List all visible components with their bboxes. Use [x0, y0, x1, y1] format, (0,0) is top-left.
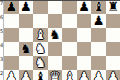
- square-c4[interactable]: ♞: [33, 42, 48, 56]
- square-g6[interactable]: ♟: [91, 14, 106, 28]
- white-pawn: ♟: [78, 70, 90, 80]
- square-c7[interactable]: [33, 0, 48, 14]
- square-e5[interactable]: [62, 28, 77, 42]
- square-a4[interactable]: [4, 42, 19, 56]
- square-h3[interactable]: [106, 56, 120, 70]
- square-h6[interactable]: [106, 14, 120, 28]
- square-b2[interactable]: ♟: [19, 70, 34, 80]
- chess-diagram: 765432 ♟♟♟♝♜♟♝♞♞♞♞♟♟♝♛♝♟♟♟: [0, 0, 120, 80]
- white-pawn: ♟: [20, 70, 32, 80]
- black-pawn: ♟: [93, 14, 105, 28]
- square-h2[interactable]: ♟: [106, 70, 120, 80]
- rank-label-column: 765432: [0, 0, 3, 80]
- black-bishop: ♝: [93, 0, 105, 14]
- chess-board: ♟♟♟♝♜♟♝♞♞♞♞♟♟♝♛♝♟♟♟: [3, 0, 120, 80]
- white-pawn: ♟: [5, 70, 17, 80]
- rank-label-5: 5: [0, 29, 3, 34]
- square-f4[interactable]: [77, 42, 92, 56]
- square-b3[interactable]: [19, 56, 34, 70]
- square-b4[interactable]: ♞: [19, 42, 34, 56]
- square-c3[interactable]: ♞: [33, 56, 48, 70]
- white-knight: ♞: [35, 56, 47, 70]
- rank-label-2: 2: [0, 71, 3, 76]
- square-h4[interactable]: [106, 42, 120, 56]
- square-d5[interactable]: ♞: [48, 28, 63, 42]
- white-pawn: ♟: [93, 70, 105, 80]
- square-g4[interactable]: [91, 42, 106, 56]
- square-e3[interactable]: [62, 56, 77, 70]
- square-b5[interactable]: [19, 28, 34, 42]
- square-f5[interactable]: [77, 28, 92, 42]
- square-h7[interactable]: ♜: [106, 0, 120, 14]
- black-pawn: ♟: [5, 0, 17, 14]
- rank-label-4: 4: [0, 43, 3, 48]
- black-rook: ♜: [107, 0, 119, 14]
- square-d6[interactable]: [48, 14, 63, 28]
- square-d3[interactable]: [48, 56, 63, 70]
- white-queen: ♛: [49, 70, 61, 80]
- square-b6[interactable]: [19, 14, 34, 28]
- square-d7[interactable]: [48, 0, 63, 14]
- square-c6[interactable]: [33, 14, 48, 28]
- square-c5[interactable]: ♝: [33, 28, 48, 42]
- square-g3[interactable]: [91, 56, 106, 70]
- square-b7[interactable]: ♟: [19, 0, 34, 14]
- square-a2[interactable]: ♟: [4, 70, 19, 80]
- square-d2[interactable]: ♛: [48, 70, 63, 80]
- black-knight: ♞: [20, 42, 32, 56]
- square-f2[interactable]: ♟: [77, 70, 92, 80]
- square-d4[interactable]: [48, 42, 63, 56]
- rank-label-3: 3: [0, 57, 3, 62]
- square-c2[interactable]: ♝: [33, 70, 48, 80]
- white-pawn: ♟: [107, 70, 119, 80]
- rank-label-6: 6: [0, 15, 3, 20]
- rank-label-7: 7: [0, 1, 3, 6]
- square-a6[interactable]: [4, 14, 19, 28]
- square-g2[interactable]: ♟: [91, 70, 106, 80]
- black-pawn: ♟: [78, 0, 90, 14]
- board-top-edge: [0, 0, 120, 1]
- black-knight: ♞: [49, 28, 61, 42]
- square-a7[interactable]: ♟: [4, 0, 19, 14]
- square-a3[interactable]: [4, 56, 19, 70]
- black-pawn: ♟: [20, 0, 32, 14]
- white-bishop: ♝: [35, 28, 47, 42]
- square-a5[interactable]: [4, 28, 19, 42]
- square-f7[interactable]: ♟: [77, 0, 92, 14]
- square-e7[interactable]: [62, 0, 77, 14]
- square-f3[interactable]: [77, 56, 92, 70]
- square-e6[interactable]: [62, 14, 77, 28]
- square-g5[interactable]: [91, 28, 106, 42]
- white-knight: ♞: [35, 42, 47, 56]
- square-e2[interactable]: ♝: [62, 70, 77, 80]
- square-f6[interactable]: [77, 14, 92, 28]
- black-bishop: ♝: [35, 70, 47, 80]
- square-e4[interactable]: [62, 42, 77, 56]
- white-bishop: ♝: [64, 70, 76, 80]
- square-h5[interactable]: [106, 28, 120, 42]
- square-g7[interactable]: ♝: [91, 0, 106, 14]
